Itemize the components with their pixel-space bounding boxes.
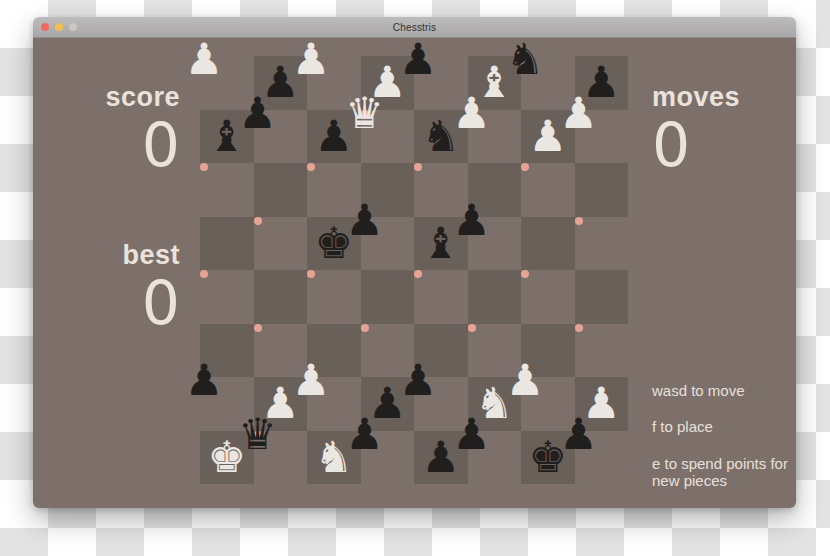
- score-block: score 0: [33, 82, 180, 175]
- white-pawn: ♟: [292, 354, 331, 408]
- zoom-button[interactable]: [69, 23, 77, 31]
- square-f3: [468, 324, 476, 332]
- black-knight: ♞: [506, 33, 545, 87]
- square-f5: ♟: [468, 217, 476, 225]
- square-d1: ♟: [361, 431, 369, 439]
- square-b6: [254, 163, 308, 217]
- square-f1: ♟: [468, 431, 476, 439]
- square-g6: [521, 163, 529, 171]
- square-e8: ♟: [414, 56, 422, 64]
- square-d7: ♛: [361, 110, 369, 118]
- black-pawn: ♟: [399, 33, 438, 87]
- black-pawn: ♟: [185, 354, 224, 408]
- instructions: wasd to move f to place e to spend point…: [652, 382, 796, 489]
- square-h1: ♟: [575, 431, 583, 439]
- score-value: 0: [33, 115, 180, 175]
- black-queen: ♛: [238, 408, 277, 462]
- square-e6: [414, 163, 422, 171]
- square-b3: [254, 324, 262, 332]
- instruction-spend: e to spend points for new pieces: [652, 455, 796, 490]
- square-c8: ♟: [307, 56, 315, 64]
- black-pawn: ♟: [559, 408, 598, 462]
- score-label: score: [33, 82, 180, 113]
- square-d5: ♟: [361, 217, 369, 225]
- square-b4: [254, 270, 308, 324]
- app-window: Chesstris score 0 best 0 moves 0 ♟♟♟♟♟♝♞…: [33, 17, 796, 508]
- white-pawn: ♟: [506, 354, 545, 408]
- square-f7: ♟: [468, 110, 476, 118]
- square-g4: [521, 270, 529, 278]
- square-c6: [307, 163, 315, 171]
- moves-value: 0: [652, 115, 740, 175]
- game-area: score 0 best 0 moves 0 ♟♟♟♟♟♝♞♟♝♟♟♛♞♟♟♟♚…: [33, 38, 796, 508]
- best-label: best: [33, 240, 180, 271]
- square-h4: [575, 270, 629, 324]
- black-pawn: ♟: [345, 408, 384, 462]
- white-pawn: ♟: [292, 33, 331, 87]
- square-h7: ♟: [575, 110, 583, 118]
- traffic-lights: [41, 17, 77, 37]
- square-g2: ♟: [521, 377, 529, 385]
- white-queen: ♛: [345, 87, 384, 141]
- square-a8: ♟: [200, 56, 208, 64]
- black-pawn: ♟: [452, 408, 491, 462]
- close-button[interactable]: [41, 23, 49, 31]
- square-f4: [468, 270, 522, 324]
- best-block: best 0: [33, 240, 180, 333]
- square-h3: [575, 324, 583, 332]
- square-a6: [200, 163, 208, 171]
- instruction-place: f to place: [652, 418, 796, 435]
- square-d3: [361, 324, 369, 332]
- square-g8: ♞: [521, 56, 529, 64]
- square-e2: ♟: [414, 377, 422, 385]
- white-pawn: ♟: [452, 87, 491, 141]
- square-g5: [521, 217, 575, 271]
- black-pawn: ♟: [452, 194, 491, 248]
- square-a2: ♟: [200, 377, 208, 385]
- square-c2: ♟: [307, 377, 315, 385]
- black-pawn: ♟: [345, 194, 384, 248]
- square-a4: [200, 270, 208, 278]
- black-pawn: ♟: [238, 87, 277, 141]
- square-h5: [575, 217, 583, 225]
- square-b1: ♛: [254, 431, 262, 439]
- chess-board: ♟♟♟♟♟♝♞♟♝♟♟♛♞♟♟♟♚♟♝♟♟♟♟♟♟♞♟♟♚♛♞♟♟♟♚♟: [200, 56, 628, 484]
- white-pawn: ♟: [185, 33, 224, 87]
- square-e4: [414, 270, 422, 278]
- black-pawn: ♟: [399, 354, 438, 408]
- instruction-move: wasd to move: [652, 382, 796, 399]
- moves-block: moves 0: [652, 82, 740, 175]
- square-h6: [575, 163, 629, 217]
- square-d4: [361, 270, 415, 324]
- square-b5: [254, 217, 262, 225]
- best-value: 0: [33, 273, 180, 333]
- window-title: Chesstris: [393, 22, 436, 33]
- square-c4: [307, 270, 315, 278]
- minimize-button[interactable]: [55, 23, 63, 31]
- moves-label: moves: [652, 82, 740, 113]
- square-a5: [200, 217, 254, 271]
- white-pawn: ♟: [559, 87, 598, 141]
- square-b7: ♟: [254, 110, 262, 118]
